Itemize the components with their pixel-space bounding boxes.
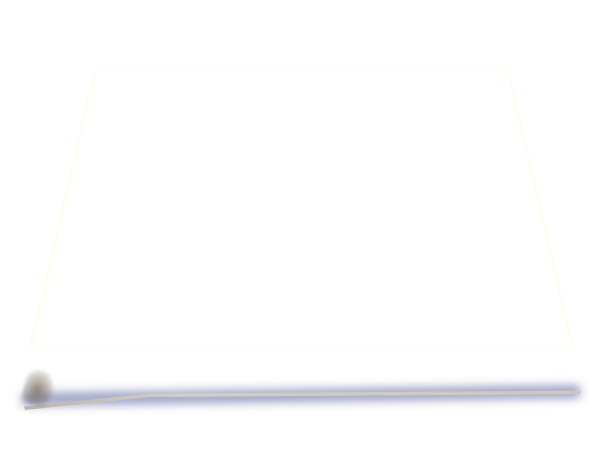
- photo-background: [0, 0, 600, 450]
- shogi-board-top: [29, 70, 574, 348]
- shogi-grid: [44, 81, 558, 342]
